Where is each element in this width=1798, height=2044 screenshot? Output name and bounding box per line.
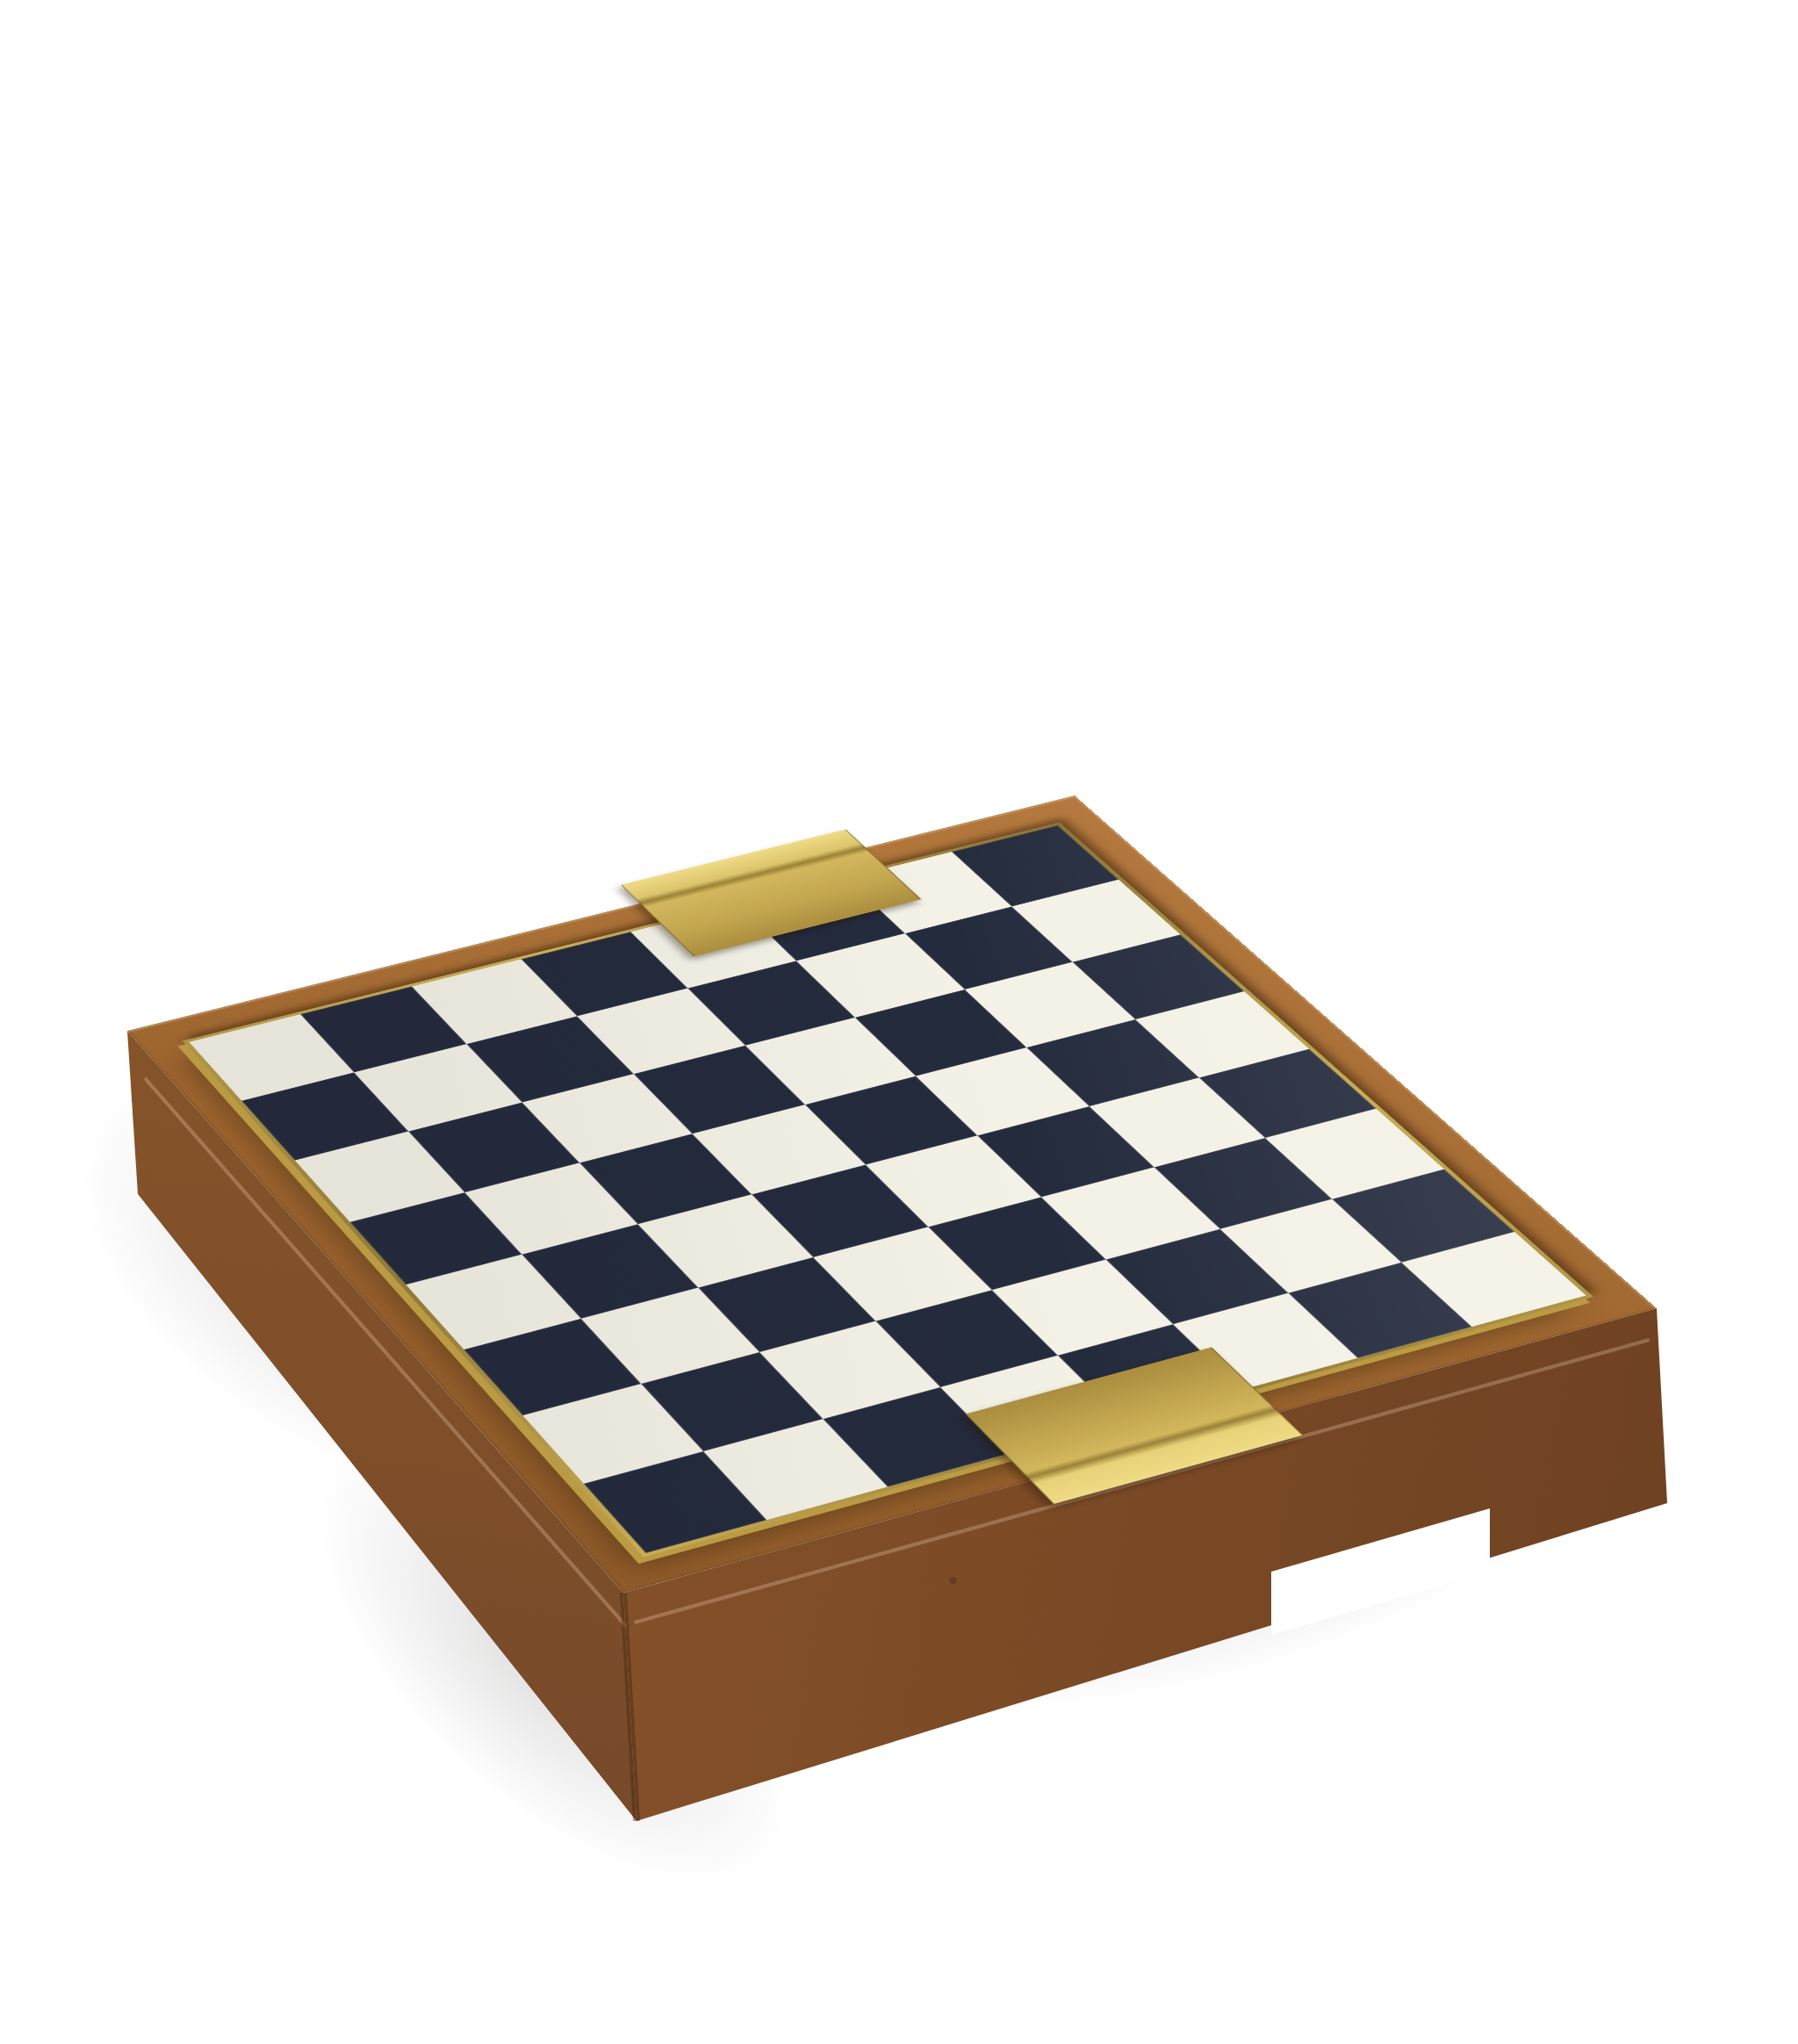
box-top-leather-rim [127,795,1657,1593]
chess-board [189,825,1586,1553]
screw-pin-icon [949,1577,957,1584]
product-photo-scene [0,0,1798,2044]
brass-trim-frame [183,822,1593,1557]
